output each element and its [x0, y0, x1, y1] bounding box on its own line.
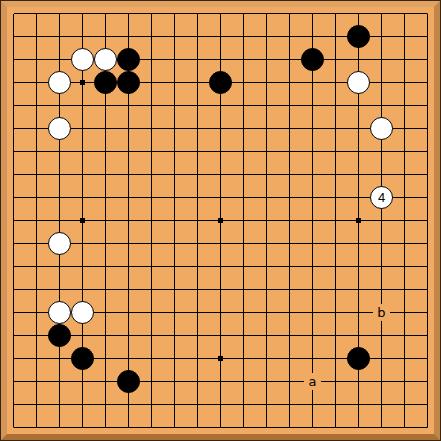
intersection-f15[interactable] [117, 94, 140, 117]
intersection-f4[interactable] [117, 347, 140, 370]
intersection-a5[interactable] [2, 324, 25, 347]
intersection-j1[interactable] [186, 416, 209, 439]
intersection-h1[interactable] [163, 416, 186, 439]
intersection-k2[interactable] [209, 393, 232, 416]
intersection-s8[interactable] [393, 255, 416, 278]
intersection-m3[interactable] [255, 370, 278, 393]
intersection-c3[interactable] [48, 370, 71, 393]
intersection-s9[interactable] [393, 232, 416, 255]
intersection-c4[interactable] [48, 347, 71, 370]
intersection-a11[interactable] [2, 186, 25, 209]
intersection-l5[interactable] [232, 324, 255, 347]
intersection-n12[interactable] [278, 163, 301, 186]
intersection-m2[interactable] [255, 393, 278, 416]
intersection-q10[interactable] [347, 209, 370, 232]
intersection-n13[interactable] [278, 140, 301, 163]
intersection-m19[interactable] [255, 2, 278, 25]
intersection-r10[interactable] [370, 209, 393, 232]
intersection-k6[interactable] [209, 301, 232, 324]
intersection-b19[interactable] [25, 2, 48, 25]
intersection-r15[interactable] [370, 94, 393, 117]
intersection-k8[interactable] [209, 255, 232, 278]
intersection-h8[interactable] [163, 255, 186, 278]
intersection-l12[interactable] [232, 163, 255, 186]
intersection-q11[interactable] [347, 186, 370, 209]
intersection-n14[interactable] [278, 117, 301, 140]
intersection-q18[interactable] [347, 25, 370, 48]
intersection-s3[interactable] [393, 370, 416, 393]
intersection-p15[interactable] [324, 94, 347, 117]
intersection-c10[interactable] [48, 209, 71, 232]
intersection-f10[interactable] [117, 209, 140, 232]
intersection-p13[interactable] [324, 140, 347, 163]
intersection-b10[interactable] [25, 209, 48, 232]
intersection-f1[interactable] [117, 416, 140, 439]
intersection-c12[interactable] [48, 163, 71, 186]
intersection-t18[interactable] [416, 25, 439, 48]
intersection-h13[interactable] [163, 140, 186, 163]
intersection-q7[interactable] [347, 278, 370, 301]
intersection-a9[interactable] [2, 232, 25, 255]
intersection-m14[interactable] [255, 117, 278, 140]
intersection-t6[interactable] [416, 301, 439, 324]
intersection-t15[interactable] [416, 94, 439, 117]
intersection-g2[interactable] [140, 393, 163, 416]
intersection-r2[interactable] [370, 393, 393, 416]
intersection-c8[interactable] [48, 255, 71, 278]
intersection-p8[interactable] [324, 255, 347, 278]
intersection-e19[interactable] [94, 2, 117, 25]
intersection-o16[interactable] [301, 71, 324, 94]
intersection-m17[interactable] [255, 48, 278, 71]
intersection-b5[interactable] [25, 324, 48, 347]
intersection-n10[interactable] [278, 209, 301, 232]
intersection-k12[interactable] [209, 163, 232, 186]
intersection-d18[interactable] [71, 25, 94, 48]
intersection-d15[interactable] [71, 94, 94, 117]
intersection-n6[interactable] [278, 301, 301, 324]
intersection-b14[interactable] [25, 117, 48, 140]
intersection-h14[interactable] [163, 117, 186, 140]
intersection-o1[interactable] [301, 416, 324, 439]
intersection-j13[interactable] [186, 140, 209, 163]
intersection-e14[interactable] [94, 117, 117, 140]
intersection-h4[interactable] [163, 347, 186, 370]
intersection-o15[interactable] [301, 94, 324, 117]
intersection-p5[interactable] [324, 324, 347, 347]
intersection-m9[interactable] [255, 232, 278, 255]
intersection-h10[interactable] [163, 209, 186, 232]
intersection-o5[interactable] [301, 324, 324, 347]
intersection-s12[interactable] [393, 163, 416, 186]
intersection-k14[interactable] [209, 117, 232, 140]
intersection-m11[interactable] [255, 186, 278, 209]
intersection-q12[interactable] [347, 163, 370, 186]
intersection-o9[interactable] [301, 232, 324, 255]
intersection-g9[interactable] [140, 232, 163, 255]
intersection-b17[interactable] [25, 48, 48, 71]
intersection-a3[interactable] [2, 370, 25, 393]
intersection-n5[interactable] [278, 324, 301, 347]
intersection-o11[interactable] [301, 186, 324, 209]
intersection-p1[interactable] [324, 416, 347, 439]
intersection-t2[interactable] [416, 393, 439, 416]
intersection-e9[interactable] [94, 232, 117, 255]
intersection-f2[interactable] [117, 393, 140, 416]
intersection-h5[interactable] [163, 324, 186, 347]
intersection-q4[interactable] [347, 347, 370, 370]
intersection-n19[interactable] [278, 2, 301, 25]
intersection-t1[interactable] [416, 416, 439, 439]
intersection-f16[interactable] [117, 71, 140, 94]
intersection-l17[interactable] [232, 48, 255, 71]
intersection-f3[interactable] [117, 370, 140, 393]
intersection-r14[interactable] [370, 117, 393, 140]
intersection-j11[interactable] [186, 186, 209, 209]
intersection-c19[interactable] [48, 2, 71, 25]
intersection-b9[interactable] [25, 232, 48, 255]
intersection-f8[interactable] [117, 255, 140, 278]
intersection-a4[interactable] [2, 347, 25, 370]
intersection-l6[interactable] [232, 301, 255, 324]
intersection-h12[interactable] [163, 163, 186, 186]
intersection-f14[interactable] [117, 117, 140, 140]
intersection-j4[interactable] [186, 347, 209, 370]
intersection-g14[interactable] [140, 117, 163, 140]
intersection-l2[interactable] [232, 393, 255, 416]
intersection-g17[interactable] [140, 48, 163, 71]
intersection-c6[interactable] [48, 301, 71, 324]
intersection-q9[interactable] [347, 232, 370, 255]
intersection-s19[interactable] [393, 2, 416, 25]
intersection-e1[interactable] [94, 416, 117, 439]
intersection-o14[interactable] [301, 117, 324, 140]
intersection-h9[interactable] [163, 232, 186, 255]
intersection-e10[interactable] [94, 209, 117, 232]
intersection-f18[interactable] [117, 25, 140, 48]
intersection-b6[interactable] [25, 301, 48, 324]
intersection-m4[interactable] [255, 347, 278, 370]
intersection-h3[interactable] [163, 370, 186, 393]
intersection-d6[interactable] [71, 301, 94, 324]
intersection-d7[interactable] [71, 278, 94, 301]
intersection-p16[interactable] [324, 71, 347, 94]
intersection-m18[interactable] [255, 25, 278, 48]
intersection-j9[interactable] [186, 232, 209, 255]
intersection-l4[interactable] [232, 347, 255, 370]
intersection-l16[interactable] [232, 71, 255, 94]
intersection-l19[interactable] [232, 2, 255, 25]
intersection-k15[interactable] [209, 94, 232, 117]
intersection-t19[interactable] [416, 2, 439, 25]
intersection-s17[interactable] [393, 48, 416, 71]
intersection-j2[interactable] [186, 393, 209, 416]
intersection-b13[interactable] [25, 140, 48, 163]
intersection-d12[interactable] [71, 163, 94, 186]
intersection-r16[interactable] [370, 71, 393, 94]
intersection-t7[interactable] [416, 278, 439, 301]
intersection-l10[interactable] [232, 209, 255, 232]
intersection-a1[interactable] [2, 416, 25, 439]
intersection-g4[interactable] [140, 347, 163, 370]
intersection-g1[interactable] [140, 416, 163, 439]
intersection-b16[interactable] [25, 71, 48, 94]
intersection-g11[interactable] [140, 186, 163, 209]
intersection-l7[interactable] [232, 278, 255, 301]
intersection-e18[interactable] [94, 25, 117, 48]
intersection-j7[interactable] [186, 278, 209, 301]
intersection-g3[interactable] [140, 370, 163, 393]
intersection-r6[interactable]: b [370, 301, 393, 324]
intersection-o6[interactable] [301, 301, 324, 324]
intersection-l9[interactable] [232, 232, 255, 255]
intersection-o19[interactable] [301, 2, 324, 25]
intersection-j3[interactable] [186, 370, 209, 393]
intersection-b15[interactable] [25, 94, 48, 117]
intersection-l8[interactable] [232, 255, 255, 278]
intersection-b7[interactable] [25, 278, 48, 301]
intersection-p19[interactable] [324, 2, 347, 25]
intersection-d17[interactable] [71, 48, 94, 71]
intersection-c7[interactable] [48, 278, 71, 301]
intersection-e7[interactable] [94, 278, 117, 301]
intersection-a2[interactable] [2, 393, 25, 416]
intersection-q1[interactable] [347, 416, 370, 439]
intersection-l18[interactable] [232, 25, 255, 48]
intersection-c16[interactable] [48, 71, 71, 94]
intersection-q6[interactable] [347, 301, 370, 324]
intersection-g8[interactable] [140, 255, 163, 278]
intersection-r18[interactable] [370, 25, 393, 48]
intersection-n2[interactable] [278, 393, 301, 416]
intersection-d8[interactable] [71, 255, 94, 278]
intersection-c5[interactable] [48, 324, 71, 347]
intersection-a16[interactable] [2, 71, 25, 94]
intersection-c11[interactable] [48, 186, 71, 209]
intersection-o17[interactable] [301, 48, 324, 71]
intersection-s1[interactable] [393, 416, 416, 439]
intersection-g13[interactable] [140, 140, 163, 163]
intersection-o2[interactable] [301, 393, 324, 416]
intersection-b8[interactable] [25, 255, 48, 278]
intersection-d11[interactable] [71, 186, 94, 209]
intersection-g6[interactable] [140, 301, 163, 324]
intersection-f13[interactable] [117, 140, 140, 163]
intersection-p14[interactable] [324, 117, 347, 140]
intersection-q13[interactable] [347, 140, 370, 163]
intersection-k3[interactable] [209, 370, 232, 393]
intersection-b1[interactable] [25, 416, 48, 439]
intersection-e17[interactable] [94, 48, 117, 71]
intersection-d1[interactable] [71, 416, 94, 439]
intersection-c15[interactable] [48, 94, 71, 117]
intersection-s5[interactable] [393, 324, 416, 347]
intersection-n1[interactable] [278, 416, 301, 439]
intersection-o18[interactable] [301, 25, 324, 48]
intersection-f9[interactable] [117, 232, 140, 255]
intersection-n17[interactable] [278, 48, 301, 71]
intersection-d9[interactable] [71, 232, 94, 255]
intersection-j8[interactable] [186, 255, 209, 278]
intersection-e16[interactable] [94, 71, 117, 94]
intersection-e5[interactable] [94, 324, 117, 347]
intersection-c2[interactable] [48, 393, 71, 416]
intersection-h17[interactable] [163, 48, 186, 71]
intersection-t14[interactable] [416, 117, 439, 140]
intersection-a8[interactable] [2, 255, 25, 278]
intersection-t4[interactable] [416, 347, 439, 370]
intersection-r8[interactable] [370, 255, 393, 278]
intersection-m6[interactable] [255, 301, 278, 324]
intersection-b12[interactable] [25, 163, 48, 186]
intersection-a19[interactable] [2, 2, 25, 25]
intersection-r19[interactable] [370, 2, 393, 25]
intersection-r5[interactable] [370, 324, 393, 347]
intersection-t16[interactable] [416, 71, 439, 94]
intersection-n4[interactable] [278, 347, 301, 370]
intersection-f5[interactable] [117, 324, 140, 347]
intersection-p3[interactable] [324, 370, 347, 393]
intersection-l3[interactable] [232, 370, 255, 393]
intersection-n11[interactable] [278, 186, 301, 209]
intersection-k10[interactable] [209, 209, 232, 232]
intersection-q15[interactable] [347, 94, 370, 117]
intersection-d16[interactable] [71, 71, 94, 94]
intersection-m13[interactable] [255, 140, 278, 163]
intersection-d19[interactable] [71, 2, 94, 25]
intersection-m10[interactable] [255, 209, 278, 232]
intersection-b18[interactable] [25, 25, 48, 48]
intersection-t12[interactable] [416, 163, 439, 186]
intersection-h2[interactable] [163, 393, 186, 416]
intersection-m12[interactable] [255, 163, 278, 186]
intersection-k19[interactable] [209, 2, 232, 25]
intersection-t3[interactable] [416, 370, 439, 393]
intersection-q2[interactable] [347, 393, 370, 416]
intersection-n18[interactable] [278, 25, 301, 48]
intersection-p11[interactable] [324, 186, 347, 209]
intersection-o10[interactable] [301, 209, 324, 232]
intersection-n9[interactable] [278, 232, 301, 255]
intersection-b3[interactable] [25, 370, 48, 393]
intersection-n16[interactable] [278, 71, 301, 94]
intersection-h18[interactable] [163, 25, 186, 48]
intersection-s2[interactable] [393, 393, 416, 416]
intersection-d13[interactable] [71, 140, 94, 163]
intersection-a14[interactable] [2, 117, 25, 140]
intersection-k4[interactable] [209, 347, 232, 370]
intersection-m15[interactable] [255, 94, 278, 117]
intersection-g15[interactable] [140, 94, 163, 117]
intersection-m5[interactable] [255, 324, 278, 347]
intersection-r17[interactable] [370, 48, 393, 71]
intersection-m16[interactable] [255, 71, 278, 94]
intersection-l1[interactable] [232, 416, 255, 439]
intersection-k7[interactable] [209, 278, 232, 301]
intersection-h15[interactable] [163, 94, 186, 117]
intersection-j6[interactable] [186, 301, 209, 324]
intersection-s16[interactable] [393, 71, 416, 94]
intersection-h19[interactable] [163, 2, 186, 25]
intersection-j17[interactable] [186, 48, 209, 71]
intersection-c14[interactable] [48, 117, 71, 140]
intersection-l15[interactable] [232, 94, 255, 117]
intersection-e6[interactable] [94, 301, 117, 324]
intersection-l14[interactable] [232, 117, 255, 140]
intersection-p17[interactable] [324, 48, 347, 71]
intersection-s15[interactable] [393, 94, 416, 117]
intersection-e13[interactable] [94, 140, 117, 163]
intersection-n3[interactable] [278, 370, 301, 393]
intersection-f11[interactable] [117, 186, 140, 209]
intersection-c9[interactable] [48, 232, 71, 255]
intersection-q17[interactable] [347, 48, 370, 71]
intersection-d14[interactable] [71, 117, 94, 140]
intersection-j14[interactable] [186, 117, 209, 140]
intersection-a15[interactable] [2, 94, 25, 117]
intersection-e8[interactable] [94, 255, 117, 278]
intersection-f12[interactable] [117, 163, 140, 186]
intersection-l13[interactable] [232, 140, 255, 163]
intersection-j15[interactable] [186, 94, 209, 117]
intersection-p10[interactable] [324, 209, 347, 232]
intersection-o12[interactable] [301, 163, 324, 186]
intersection-a18[interactable] [2, 25, 25, 48]
intersection-t13[interactable] [416, 140, 439, 163]
intersection-r13[interactable] [370, 140, 393, 163]
intersection-d10[interactable] [71, 209, 94, 232]
intersection-g12[interactable] [140, 163, 163, 186]
intersection-b11[interactable] [25, 186, 48, 209]
intersection-p7[interactable] [324, 278, 347, 301]
intersection-s11[interactable] [393, 186, 416, 209]
intersection-n7[interactable] [278, 278, 301, 301]
intersection-f17[interactable] [117, 48, 140, 71]
intersection-m1[interactable] [255, 416, 278, 439]
intersection-k18[interactable] [209, 25, 232, 48]
intersection-a6[interactable] [2, 301, 25, 324]
intersection-s14[interactable] [393, 117, 416, 140]
intersection-t9[interactable] [416, 232, 439, 255]
intersection-k1[interactable] [209, 416, 232, 439]
intersection-t5[interactable] [416, 324, 439, 347]
intersection-d5[interactable] [71, 324, 94, 347]
intersection-e11[interactable] [94, 186, 117, 209]
intersection-j16[interactable] [186, 71, 209, 94]
intersection-d2[interactable] [71, 393, 94, 416]
intersection-f7[interactable] [117, 278, 140, 301]
intersection-d4[interactable] [71, 347, 94, 370]
intersection-g7[interactable] [140, 278, 163, 301]
intersection-p2[interactable] [324, 393, 347, 416]
intersection-g5[interactable] [140, 324, 163, 347]
intersection-s7[interactable] [393, 278, 416, 301]
intersection-f6[interactable] [117, 301, 140, 324]
intersection-k11[interactable] [209, 186, 232, 209]
intersection-t11[interactable] [416, 186, 439, 209]
intersection-k5[interactable] [209, 324, 232, 347]
intersection-r9[interactable] [370, 232, 393, 255]
intersection-j5[interactable] [186, 324, 209, 347]
intersection-s13[interactable] [393, 140, 416, 163]
intersection-h7[interactable] [163, 278, 186, 301]
intersection-h6[interactable] [163, 301, 186, 324]
intersection-g16[interactable] [140, 71, 163, 94]
intersection-r7[interactable] [370, 278, 393, 301]
intersection-d3[interactable] [71, 370, 94, 393]
intersection-h11[interactable] [163, 186, 186, 209]
intersection-j19[interactable] [186, 2, 209, 25]
